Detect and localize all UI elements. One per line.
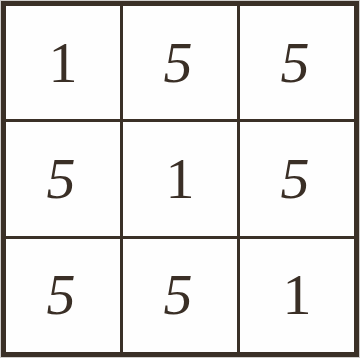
puzzle-grid: 155515551 [6, 6, 354, 352]
grid-cell-r2c3[interactable]: 5 [240, 122, 354, 235]
grid-cell-r3c3[interactable]: 1 [240, 239, 354, 352]
grid-cell-r2c2[interactable]: 1 [123, 122, 237, 235]
grid-cell-r3c2[interactable]: 5 [123, 239, 237, 352]
grid-cell-r1c1[interactable]: 1 [6, 6, 120, 119]
grid-cell-r3c1[interactable]: 5 [6, 239, 120, 352]
board-frame: 155515551 [1, 1, 359, 357]
grid-cell-r1c2[interactable]: 5 [123, 6, 237, 119]
puzzle-board: 155515551 [0, 0, 360, 358]
grid-cell-r1c3[interactable]: 5 [240, 6, 354, 119]
grid-cell-r2c1[interactable]: 5 [6, 122, 120, 235]
